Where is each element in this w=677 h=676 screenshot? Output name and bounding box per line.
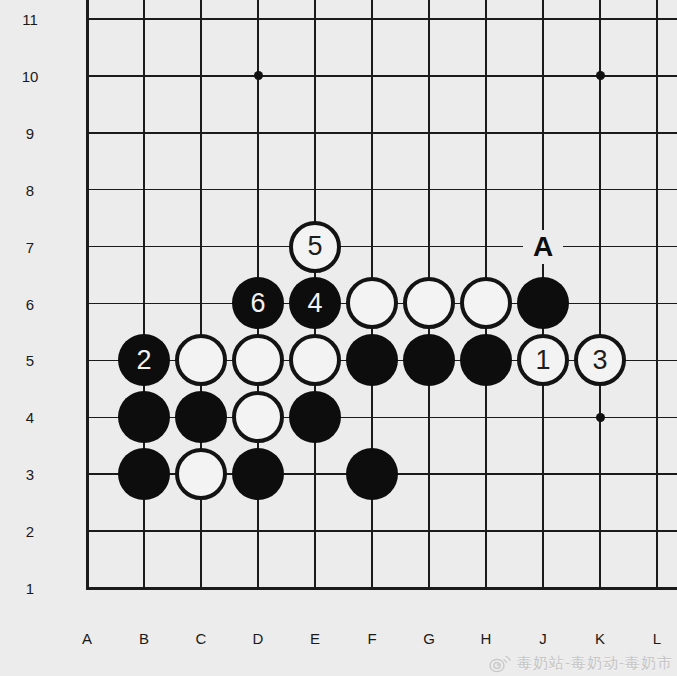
go-board: 5A64213 [59, 0, 677, 616]
point-J2 [515, 503, 572, 560]
point-E3 [287, 446, 344, 503]
black-stone-E6: 4 [289, 277, 341, 329]
point-E5 [287, 332, 344, 389]
point-J3 [515, 446, 572, 503]
point-F11 [344, 0, 401, 47]
point-A5 [59, 332, 116, 389]
point-L9 [629, 104, 677, 161]
point-A10 [59, 47, 116, 104]
point-K8 [572, 161, 629, 218]
column-label-L: L [653, 630, 661, 647]
point-G3 [401, 446, 458, 503]
move-number-3: 3 [592, 347, 607, 374]
black-stone-F5 [346, 334, 398, 386]
row-label-7: 7 [26, 238, 34, 255]
point-E8 [287, 161, 344, 218]
point-G5 [401, 332, 458, 389]
point-F4 [344, 389, 401, 446]
point-H8 [458, 161, 515, 218]
point-B2 [116, 503, 173, 560]
point-C11 [173, 0, 230, 47]
point-E10 [287, 47, 344, 104]
point-B1 [116, 559, 173, 616]
black-stone-G5 [403, 334, 455, 386]
point-D11 [230, 0, 287, 47]
row-label-6: 6 [26, 295, 34, 312]
black-stone-E4 [289, 391, 341, 443]
watermark: 毒奶站-毒奶动-毒奶市 [488, 654, 673, 673]
point-K10 [572, 47, 629, 104]
point-B6 [116, 275, 173, 332]
point-B3 [116, 446, 173, 503]
point-H2 [458, 503, 515, 560]
point-J7: A [515, 218, 572, 275]
white-stone-E7: 5 [289, 221, 341, 273]
point-G1 [401, 559, 458, 616]
point-F2 [344, 503, 401, 560]
point-A4 [59, 389, 116, 446]
row-label-10: 10 [22, 67, 39, 84]
column-label-C: C [196, 630, 207, 647]
point-H6 [458, 275, 515, 332]
point-F1 [344, 559, 401, 616]
point-D5 [230, 332, 287, 389]
column-label-E: E [310, 630, 320, 647]
point-F8 [344, 161, 401, 218]
point-D10 [230, 47, 287, 104]
point-D7 [230, 218, 287, 275]
point-G10 [401, 47, 458, 104]
move-number-5: 5 [307, 233, 322, 260]
point-C6 [173, 275, 230, 332]
column-label-A: A [82, 630, 92, 647]
white-stone-G6 [403, 277, 455, 329]
column-label-B: B [139, 630, 149, 647]
point-J9 [515, 104, 572, 161]
point-B4 [116, 389, 173, 446]
point-L8 [629, 161, 677, 218]
point-marker-A: A [523, 230, 563, 264]
point-A3 [59, 446, 116, 503]
point-F5 [344, 332, 401, 389]
point-K3 [572, 446, 629, 503]
point-K4 [572, 389, 629, 446]
point-A7 [59, 218, 116, 275]
point-G11 [401, 0, 458, 47]
point-B5: 2 [116, 332, 173, 389]
point-K11 [572, 0, 629, 47]
black-stone-H5 [460, 334, 512, 386]
point-K5: 3 [572, 332, 629, 389]
black-stone-C4 [175, 391, 227, 443]
point-B11 [116, 0, 173, 47]
column-label-K: K [595, 630, 605, 647]
point-C8 [173, 161, 230, 218]
point-G2 [401, 503, 458, 560]
point-C1 [173, 559, 230, 616]
point-L1 [629, 559, 677, 616]
point-F9 [344, 104, 401, 161]
point-F7 [344, 218, 401, 275]
row-label-5: 5 [26, 352, 34, 369]
point-C4 [173, 389, 230, 446]
white-stone-J5: 1 [517, 334, 569, 386]
point-K2 [572, 503, 629, 560]
point-F10 [344, 47, 401, 104]
point-K9 [572, 104, 629, 161]
point-K1 [572, 559, 629, 616]
black-stone-D3 [232, 448, 284, 500]
white-stone-K5: 3 [574, 334, 626, 386]
point-D9 [230, 104, 287, 161]
point-H7 [458, 218, 515, 275]
column-label-D: D [253, 630, 264, 647]
point-G9 [401, 104, 458, 161]
row-label-11: 11 [22, 11, 38, 28]
move-number-2: 2 [136, 347, 151, 374]
row-label-4: 4 [26, 409, 34, 426]
point-A8 [59, 161, 116, 218]
row-label-9: 9 [26, 124, 34, 141]
point-J6 [515, 275, 572, 332]
row-label-8: 8 [26, 181, 34, 198]
point-L3 [629, 446, 677, 503]
point-J11 [515, 0, 572, 47]
star-point-K4 [596, 413, 605, 422]
point-C5 [173, 332, 230, 389]
white-stone-C3 [175, 448, 227, 500]
point-A11 [59, 0, 116, 47]
point-L5 [629, 332, 677, 389]
row-label-1: 1 [26, 580, 34, 597]
row-label-2: 2 [26, 523, 34, 540]
white-stone-F6 [346, 277, 398, 329]
black-stone-B5: 2 [118, 334, 170, 386]
point-A1 [59, 559, 116, 616]
black-stone-B3 [118, 448, 170, 500]
column-label-F: F [367, 630, 376, 647]
point-C7 [173, 218, 230, 275]
white-stone-C5 [175, 334, 227, 386]
row-label-3: 3 [26, 466, 34, 483]
move-number-6: 6 [250, 290, 265, 317]
watermark-text: 毒奶站-毒奶动-毒奶市 [517, 654, 673, 673]
point-L4 [629, 389, 677, 446]
point-H1 [458, 559, 515, 616]
point-H4 [458, 389, 515, 446]
white-stone-D4 [232, 391, 284, 443]
point-F3 [344, 446, 401, 503]
point-D2 [230, 503, 287, 560]
point-B10 [116, 47, 173, 104]
column-label-J: J [539, 630, 547, 647]
point-E2 [287, 503, 344, 560]
point-L7 [629, 218, 677, 275]
black-stone-J6 [517, 277, 569, 329]
point-A6 [59, 275, 116, 332]
point-L10 [629, 47, 677, 104]
point-F6 [344, 275, 401, 332]
point-B7 [116, 218, 173, 275]
black-stone-D6: 6 [232, 277, 284, 329]
column-label-H: H [481, 630, 492, 647]
point-E6: 4 [287, 275, 344, 332]
point-D1 [230, 559, 287, 616]
white-stone-E5 [289, 334, 341, 386]
point-J5: 1 [515, 332, 572, 389]
white-stone-D5 [232, 334, 284, 386]
point-D6: 6 [230, 275, 287, 332]
point-H5 [458, 332, 515, 389]
point-J4 [515, 389, 572, 446]
go-board-diagram: 5A64213 ABCDEFGHJKL1234567891011 毒奶站-毒奶动… [0, 0, 677, 676]
point-G7 [401, 218, 458, 275]
point-A2 [59, 503, 116, 560]
point-H9 [458, 104, 515, 161]
point-B8 [116, 161, 173, 218]
point-A9 [59, 104, 116, 161]
point-L6 [629, 275, 677, 332]
point-D4 [230, 389, 287, 446]
column-label-G: G [423, 630, 435, 647]
black-stone-B4 [118, 391, 170, 443]
point-J1 [515, 559, 572, 616]
point-G8 [401, 161, 458, 218]
point-H10 [458, 47, 515, 104]
point-K6 [572, 275, 629, 332]
point-E7: 5 [287, 218, 344, 275]
point-L11 [629, 0, 677, 47]
point-D3 [230, 446, 287, 503]
point-E4 [287, 389, 344, 446]
point-J8 [515, 161, 572, 218]
point-B9 [116, 104, 173, 161]
black-stone-F3 [346, 448, 398, 500]
star-point-D10 [254, 71, 263, 80]
point-C10 [173, 47, 230, 104]
point-G4 [401, 389, 458, 446]
point-C2 [173, 503, 230, 560]
white-stone-H6 [460, 277, 512, 329]
point-L2 [629, 503, 677, 560]
point-K7 [572, 218, 629, 275]
point-C9 [173, 104, 230, 161]
point-H3 [458, 446, 515, 503]
point-D8 [230, 161, 287, 218]
point-C3 [173, 446, 230, 503]
point-E1 [287, 559, 344, 616]
point-E11 [287, 0, 344, 47]
point-G6 [401, 275, 458, 332]
point-J10 [515, 47, 572, 104]
point-H11 [458, 0, 515, 47]
move-number-1: 1 [535, 347, 550, 374]
point-E9 [287, 104, 344, 161]
star-point-K10 [596, 71, 605, 80]
weibo-logo-icon [488, 654, 512, 673]
move-number-4: 4 [307, 290, 322, 317]
